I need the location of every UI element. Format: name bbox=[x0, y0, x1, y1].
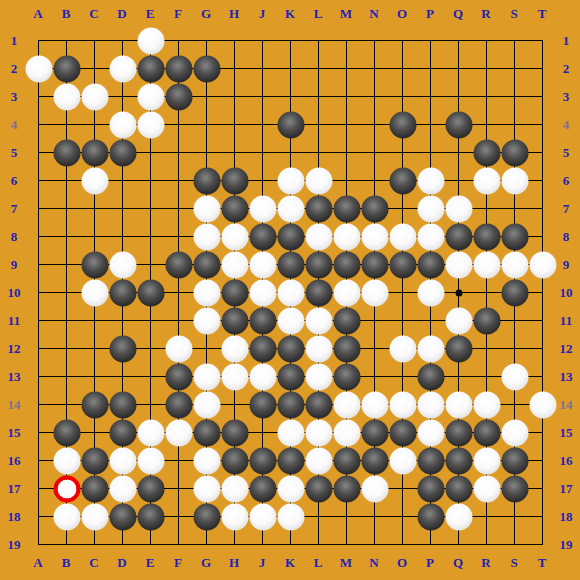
white-stone bbox=[417, 279, 444, 306]
black-stone bbox=[137, 55, 164, 82]
row-label: 12 bbox=[8, 342, 21, 355]
black-stone bbox=[445, 475, 472, 502]
black-stone bbox=[109, 139, 136, 166]
white-stone bbox=[333, 223, 360, 250]
black-stone bbox=[361, 419, 388, 446]
black-stone bbox=[249, 391, 276, 418]
black-stone bbox=[389, 167, 416, 194]
column-label: K bbox=[285, 556, 295, 569]
black-stone bbox=[305, 391, 332, 418]
white-stone bbox=[137, 27, 164, 54]
white-stone bbox=[333, 419, 360, 446]
row-label: 16 bbox=[8, 454, 21, 467]
black-stone bbox=[193, 503, 220, 530]
row-label: 13 bbox=[560, 370, 573, 383]
white-stone bbox=[417, 335, 444, 362]
white-stone bbox=[277, 503, 304, 530]
black-stone bbox=[81, 391, 108, 418]
black-stone bbox=[249, 223, 276, 250]
star-point bbox=[455, 289, 462, 296]
white-stone bbox=[277, 419, 304, 446]
white-stone bbox=[445, 195, 472, 222]
black-stone bbox=[501, 475, 528, 502]
white-stone bbox=[193, 279, 220, 306]
black-stone bbox=[473, 139, 500, 166]
black-stone bbox=[333, 475, 360, 502]
white-stone bbox=[417, 223, 444, 250]
white-stone bbox=[473, 167, 500, 194]
column-label: R bbox=[481, 7, 490, 20]
column-label: K bbox=[285, 7, 295, 20]
white-stone bbox=[81, 167, 108, 194]
black-stone bbox=[137, 503, 164, 530]
white-stone bbox=[249, 251, 276, 278]
black-stone bbox=[333, 251, 360, 278]
black-stone bbox=[277, 251, 304, 278]
row-label: 2 bbox=[11, 62, 18, 75]
row-label: 14 bbox=[560, 398, 573, 411]
white-stone bbox=[137, 419, 164, 446]
column-label: H bbox=[229, 556, 239, 569]
white-stone bbox=[501, 363, 528, 390]
black-stone bbox=[165, 55, 192, 82]
column-label: T bbox=[538, 556, 547, 569]
row-label: 4 bbox=[563, 118, 570, 131]
column-label: P bbox=[426, 556, 434, 569]
white-stone bbox=[137, 83, 164, 110]
white-stone bbox=[529, 251, 556, 278]
column-label: A bbox=[33, 556, 42, 569]
white-stone bbox=[361, 391, 388, 418]
black-stone bbox=[249, 307, 276, 334]
black-stone bbox=[333, 335, 360, 362]
black-stone bbox=[193, 167, 220, 194]
white-stone bbox=[389, 447, 416, 474]
row-label: 6 bbox=[563, 174, 570, 187]
column-label: G bbox=[201, 556, 211, 569]
white-stone bbox=[81, 279, 108, 306]
black-stone bbox=[333, 447, 360, 474]
black-stone bbox=[305, 195, 332, 222]
black-stone bbox=[417, 251, 444, 278]
black-stone bbox=[221, 447, 248, 474]
black-stone bbox=[305, 251, 332, 278]
white-stone bbox=[137, 111, 164, 138]
row-label: 15 bbox=[560, 426, 573, 439]
white-stone bbox=[277, 195, 304, 222]
white-stone bbox=[193, 363, 220, 390]
white-stone bbox=[193, 223, 220, 250]
black-stone bbox=[109, 279, 136, 306]
column-label: R bbox=[481, 556, 490, 569]
black-stone bbox=[445, 447, 472, 474]
black-stone bbox=[445, 335, 472, 362]
black-stone bbox=[445, 223, 472, 250]
black-stone bbox=[109, 391, 136, 418]
column-label: M bbox=[340, 556, 352, 569]
column-label: H bbox=[229, 7, 239, 20]
row-label: 8 bbox=[11, 230, 18, 243]
white-stone bbox=[305, 363, 332, 390]
white-stone bbox=[445, 307, 472, 334]
black-stone bbox=[193, 419, 220, 446]
white-stone bbox=[501, 167, 528, 194]
black-stone bbox=[389, 419, 416, 446]
row-label: 10 bbox=[8, 286, 21, 299]
white-stone bbox=[305, 419, 332, 446]
row-label: 13 bbox=[8, 370, 21, 383]
black-stone bbox=[165, 363, 192, 390]
white-stone bbox=[389, 391, 416, 418]
black-stone bbox=[445, 419, 472, 446]
white-stone bbox=[221, 223, 248, 250]
black-stone bbox=[277, 391, 304, 418]
white-stone bbox=[417, 195, 444, 222]
go-board[interactable]: ABCDEFGHJKLMNOPQRST ABCDEFGHJKLMNOPQRST … bbox=[0, 0, 580, 580]
row-label: 4 bbox=[11, 118, 18, 131]
white-stone bbox=[333, 279, 360, 306]
row-label: 17 bbox=[560, 482, 573, 495]
white-stone bbox=[25, 55, 52, 82]
column-label: P bbox=[426, 7, 434, 20]
last-move-white-stone bbox=[53, 475, 80, 502]
black-stone bbox=[277, 111, 304, 138]
black-stone bbox=[249, 335, 276, 362]
black-stone bbox=[277, 223, 304, 250]
white-stone bbox=[221, 335, 248, 362]
white-stone bbox=[81, 83, 108, 110]
white-stone bbox=[361, 223, 388, 250]
white-stone bbox=[221, 503, 248, 530]
white-stone bbox=[165, 335, 192, 362]
row-label: 9 bbox=[11, 258, 18, 271]
black-stone bbox=[109, 503, 136, 530]
black-stone bbox=[473, 223, 500, 250]
white-stone bbox=[361, 279, 388, 306]
column-label: C bbox=[89, 7, 98, 20]
row-label: 19 bbox=[560, 538, 573, 551]
black-stone bbox=[53, 55, 80, 82]
column-label: N bbox=[369, 7, 378, 20]
column-label: F bbox=[174, 556, 182, 569]
column-label: C bbox=[89, 556, 98, 569]
white-stone bbox=[249, 503, 276, 530]
black-stone bbox=[137, 475, 164, 502]
row-label: 14 bbox=[8, 398, 21, 411]
column-label: N bbox=[369, 556, 378, 569]
column-label: D bbox=[117, 556, 126, 569]
black-stone bbox=[221, 195, 248, 222]
row-label: 18 bbox=[8, 510, 21, 523]
black-stone bbox=[333, 363, 360, 390]
row-label: 18 bbox=[560, 510, 573, 523]
row-label: 8 bbox=[563, 230, 570, 243]
column-label: G bbox=[201, 7, 211, 20]
row-label: 15 bbox=[8, 426, 21, 439]
white-stone bbox=[473, 391, 500, 418]
row-label: 5 bbox=[11, 146, 18, 159]
white-stone bbox=[473, 251, 500, 278]
white-stone bbox=[249, 195, 276, 222]
black-stone bbox=[501, 279, 528, 306]
column-label: S bbox=[510, 556, 517, 569]
column-label: L bbox=[314, 556, 323, 569]
black-stone bbox=[277, 447, 304, 474]
column-label: T bbox=[538, 7, 547, 20]
black-stone bbox=[165, 251, 192, 278]
white-stone bbox=[193, 447, 220, 474]
white-stone bbox=[109, 55, 136, 82]
row-label: 5 bbox=[563, 146, 570, 159]
white-stone bbox=[193, 391, 220, 418]
white-stone bbox=[305, 335, 332, 362]
white-stone bbox=[249, 279, 276, 306]
black-stone bbox=[473, 419, 500, 446]
black-stone bbox=[305, 279, 332, 306]
black-stone bbox=[221, 279, 248, 306]
row-label: 11 bbox=[8, 314, 20, 327]
black-stone bbox=[333, 307, 360, 334]
black-stone bbox=[81, 139, 108, 166]
row-label: 17 bbox=[8, 482, 21, 495]
black-stone bbox=[333, 195, 360, 222]
white-stone bbox=[305, 223, 332, 250]
column-label: F bbox=[174, 7, 182, 20]
white-stone bbox=[305, 447, 332, 474]
white-stone bbox=[305, 307, 332, 334]
white-stone bbox=[389, 335, 416, 362]
row-label: 10 bbox=[560, 286, 573, 299]
white-stone bbox=[137, 447, 164, 474]
column-label: E bbox=[146, 556, 155, 569]
black-stone bbox=[193, 55, 220, 82]
row-label: 6 bbox=[11, 174, 18, 187]
white-stone bbox=[417, 419, 444, 446]
black-stone bbox=[361, 447, 388, 474]
black-stone bbox=[81, 475, 108, 502]
black-stone bbox=[417, 447, 444, 474]
white-stone bbox=[529, 391, 556, 418]
white-stone bbox=[473, 447, 500, 474]
black-stone bbox=[137, 279, 164, 306]
white-stone bbox=[193, 307, 220, 334]
black-stone bbox=[81, 447, 108, 474]
white-stone bbox=[221, 363, 248, 390]
black-stone bbox=[249, 475, 276, 502]
black-stone bbox=[501, 447, 528, 474]
black-stone bbox=[501, 139, 528, 166]
black-stone bbox=[501, 223, 528, 250]
column-label: Q bbox=[453, 556, 463, 569]
row-label: 12 bbox=[560, 342, 573, 355]
white-stone bbox=[445, 503, 472, 530]
white-stone bbox=[277, 475, 304, 502]
white-stone bbox=[389, 223, 416, 250]
white-stone bbox=[53, 83, 80, 110]
column-label: D bbox=[117, 7, 126, 20]
white-stone bbox=[277, 167, 304, 194]
black-stone bbox=[445, 111, 472, 138]
column-label: A bbox=[33, 7, 42, 20]
white-stone bbox=[109, 475, 136, 502]
black-stone bbox=[53, 139, 80, 166]
black-stone bbox=[389, 111, 416, 138]
column-label: S bbox=[510, 7, 517, 20]
black-stone bbox=[361, 251, 388, 278]
column-label: M bbox=[340, 7, 352, 20]
white-stone bbox=[417, 167, 444, 194]
black-stone bbox=[81, 251, 108, 278]
black-stone bbox=[417, 363, 444, 390]
white-stone bbox=[445, 251, 472, 278]
white-stone bbox=[193, 475, 220, 502]
row-label: 2 bbox=[563, 62, 570, 75]
white-stone bbox=[277, 307, 304, 334]
row-label: 1 bbox=[11, 34, 18, 47]
black-stone bbox=[53, 419, 80, 446]
row-label: 19 bbox=[8, 538, 21, 551]
white-stone bbox=[501, 251, 528, 278]
black-stone bbox=[277, 363, 304, 390]
column-label: J bbox=[259, 556, 266, 569]
black-stone bbox=[249, 447, 276, 474]
black-stone bbox=[417, 503, 444, 530]
white-stone bbox=[249, 363, 276, 390]
white-stone bbox=[473, 475, 500, 502]
black-stone bbox=[389, 251, 416, 278]
column-label: O bbox=[397, 7, 407, 20]
row-label: 7 bbox=[563, 202, 570, 215]
column-label: J bbox=[259, 7, 266, 20]
black-stone bbox=[165, 391, 192, 418]
black-stone bbox=[165, 83, 192, 110]
white-stone bbox=[221, 475, 248, 502]
white-stone bbox=[221, 251, 248, 278]
white-stone bbox=[333, 391, 360, 418]
white-stone bbox=[417, 391, 444, 418]
black-stone bbox=[109, 419, 136, 446]
white-stone bbox=[81, 503, 108, 530]
white-stone bbox=[445, 391, 472, 418]
row-label: 7 bbox=[11, 202, 18, 215]
row-label: 3 bbox=[11, 90, 18, 103]
row-label: 9 bbox=[563, 258, 570, 271]
white-stone bbox=[109, 111, 136, 138]
row-label: 11 bbox=[560, 314, 572, 327]
white-stone bbox=[165, 419, 192, 446]
white-stone bbox=[109, 251, 136, 278]
column-label: B bbox=[62, 7, 71, 20]
black-stone bbox=[221, 419, 248, 446]
white-stone bbox=[109, 447, 136, 474]
white-stone bbox=[277, 279, 304, 306]
black-stone bbox=[221, 307, 248, 334]
white-stone bbox=[193, 195, 220, 222]
row-label: 3 bbox=[563, 90, 570, 103]
white-stone bbox=[53, 503, 80, 530]
row-label: 16 bbox=[560, 454, 573, 467]
white-stone bbox=[361, 475, 388, 502]
column-label: B bbox=[62, 556, 71, 569]
black-stone bbox=[277, 335, 304, 362]
column-label: L bbox=[314, 7, 323, 20]
white-stone bbox=[305, 167, 332, 194]
black-stone bbox=[473, 307, 500, 334]
black-stone bbox=[305, 475, 332, 502]
white-stone bbox=[501, 419, 528, 446]
column-label: E bbox=[146, 7, 155, 20]
black-stone bbox=[361, 195, 388, 222]
black-stone bbox=[221, 167, 248, 194]
row-label: 1 bbox=[563, 34, 570, 47]
black-stone bbox=[193, 251, 220, 278]
column-label: O bbox=[397, 556, 407, 569]
black-stone bbox=[109, 335, 136, 362]
column-label: Q bbox=[453, 7, 463, 20]
black-stone bbox=[417, 475, 444, 502]
white-stone bbox=[53, 447, 80, 474]
